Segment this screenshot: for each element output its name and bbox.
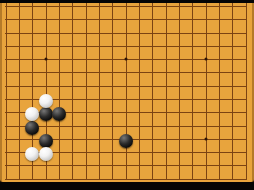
grid-line-vertical (219, 3, 220, 180)
star-point-k10 (124, 58, 127, 61)
white-stone-d7 (39, 94, 53, 108)
grid-line-horizontal (5, 19, 247, 20)
grid-line-vertical (6, 3, 7, 180)
grid-line-horizontal (5, 46, 247, 47)
black-stone-e6 (52, 107, 66, 121)
grid-line-vertical (139, 3, 140, 180)
white-stone-c3 (25, 147, 39, 161)
star-point-d10 (44, 58, 47, 61)
grid-line-vertical (59, 3, 60, 180)
grid-line-vertical (166, 3, 167, 180)
grid-line-vertical (72, 3, 73, 180)
grid-line-horizontal (5, 126, 247, 127)
grid-line-horizontal (5, 33, 247, 34)
grid-line-horizontal (5, 6, 247, 7)
grid-line-vertical (232, 3, 233, 180)
star-point-q10 (204, 58, 207, 61)
black-stone-d6 (39, 107, 53, 121)
black-stone-d4 (39, 134, 53, 148)
black-stone-k4 (119, 134, 133, 148)
grid-line-vertical (152, 3, 153, 180)
grid-line-horizontal (5, 72, 247, 73)
grid-line-vertical (19, 3, 20, 180)
black-stone-c5 (25, 121, 39, 135)
grid-line-horizontal (5, 165, 247, 166)
go-board[interactable] (0, 3, 254, 182)
star-point-q4 (204, 137, 207, 140)
grid-line-vertical (86, 3, 87, 180)
grid-line-vertical (179, 3, 180, 180)
grid-line-horizontal (5, 179, 247, 180)
grid-line-vertical (99, 3, 100, 180)
grid-line-vertical (192, 3, 193, 180)
grid-line-vertical (126, 3, 127, 180)
grid-line-vertical (246, 3, 247, 180)
white-stone-d3 (39, 147, 53, 161)
grid-line-vertical (112, 3, 113, 180)
grid-line-horizontal (5, 86, 247, 87)
grid-line-vertical (206, 3, 207, 180)
white-stone-c6 (25, 107, 39, 121)
go-app-window (0, 0, 254, 190)
